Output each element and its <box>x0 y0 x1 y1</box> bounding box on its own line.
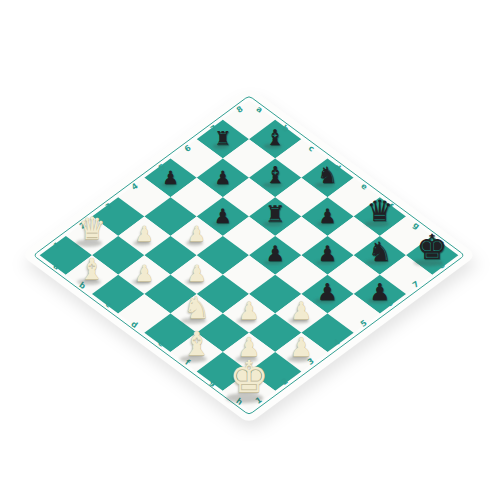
chess-board-grid <box>40 100 459 410</box>
chess-set-product-photo: 1234567812345678abcdefghabcdefgh♝♜♞♝♟♟♛♟… <box>0 0 500 500</box>
rollup-chess-mat <box>21 87 476 424</box>
board-perspective-wrapper <box>0 0 500 500</box>
